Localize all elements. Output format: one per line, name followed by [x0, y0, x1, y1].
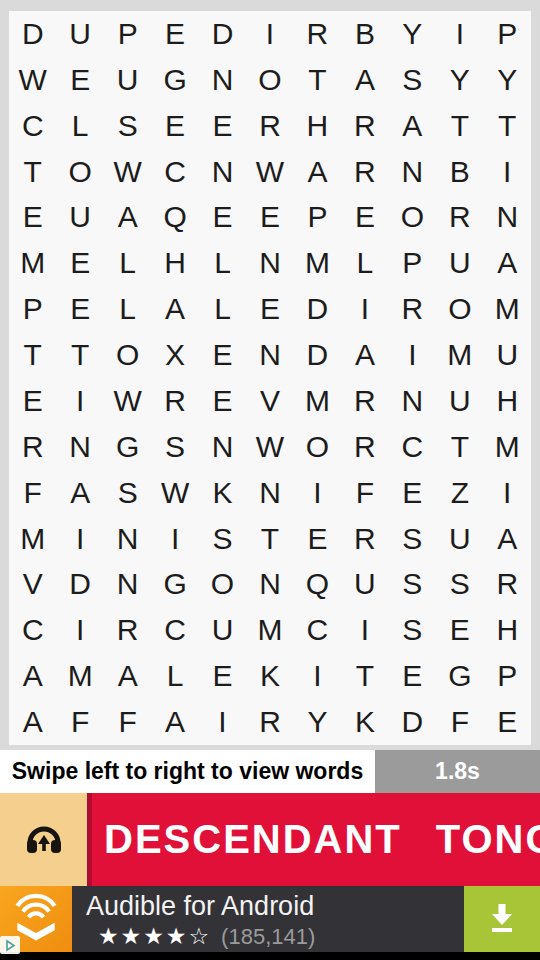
grid-cell[interactable]: T — [56, 332, 103, 378]
grid-cell[interactable]: M — [484, 424, 531, 470]
grid-cell[interactable]: Y — [389, 11, 436, 57]
grid-cell[interactable]: G — [151, 57, 198, 103]
grid-cell[interactable]: E — [246, 286, 293, 332]
star-rating-icons: ★★★★☆ — [98, 923, 211, 950]
grid-cell[interactable]: D — [294, 286, 341, 332]
grid-cell[interactable]: M — [436, 332, 483, 378]
grid-cell[interactable]: E — [56, 286, 103, 332]
grid-cell[interactable]: A — [104, 195, 151, 241]
timer-value: 1.8s — [435, 758, 480, 785]
grid-cell[interactable]: U — [56, 195, 103, 241]
grid-cell[interactable]: E — [389, 653, 436, 699]
grid-cell[interactable]: A — [151, 286, 198, 332]
grid-cell[interactable]: X — [151, 332, 198, 378]
grid-cell[interactable]: U — [341, 562, 388, 608]
grid-cell[interactable]: S — [151, 424, 198, 470]
grid-cell[interactable]: C — [151, 607, 198, 653]
grid-cell[interactable]: I — [484, 149, 531, 195]
grid-cell[interactable]: V — [9, 562, 56, 608]
grid-cell[interactable]: A — [341, 57, 388, 103]
headphones-icon — [21, 815, 67, 865]
banner-divider — [87, 793, 92, 886]
grid-cell[interactable]: G — [436, 653, 483, 699]
grid-cell[interactable]: K — [246, 653, 293, 699]
grid-cell[interactable]: N — [56, 424, 103, 470]
grid-cell[interactable]: E — [56, 57, 103, 103]
grid-cell[interactable]: N — [199, 424, 246, 470]
grid-cell[interactable]: B — [436, 149, 483, 195]
grid-cell[interactable]: M — [9, 240, 56, 286]
grid-cell[interactable]: U — [56, 11, 103, 57]
grid-cell[interactable]: F — [56, 699, 103, 745]
grid-cell[interactable]: R — [341, 516, 388, 562]
grid-cell[interactable]: H — [294, 103, 341, 149]
word-item: TONGUE — [436, 817, 540, 862]
grid-cell[interactable]: M — [56, 653, 103, 699]
grid-cell[interactable]: O — [56, 149, 103, 195]
grid-cell[interactable]: N — [246, 332, 293, 378]
grid-cell[interactable]: C — [151, 149, 198, 195]
grid-cell[interactable]: M — [294, 240, 341, 286]
grid-cell[interactable]: I — [56, 378, 103, 424]
grid-cell[interactable]: A — [389, 103, 436, 149]
grid-cell[interactable]: R — [389, 286, 436, 332]
grid-cell[interactable]: N — [199, 57, 246, 103]
grid-cell[interactable]: C — [294, 607, 341, 653]
grid-cell[interactable]: S — [389, 57, 436, 103]
grid-cell[interactable]: R — [341, 424, 388, 470]
grid-cell[interactable]: S — [436, 562, 483, 608]
grid-cell[interactable]: S — [104, 470, 151, 516]
grid-cell[interactable]: P — [484, 11, 531, 57]
grid-cell[interactable]: D — [199, 11, 246, 57]
word-item: DESCENDANT — [104, 817, 402, 862]
grid-cell[interactable]: I — [341, 607, 388, 653]
bottom-black-bar — [0, 952, 540, 960]
grid-cell[interactable]: U — [436, 378, 483, 424]
ad-banner[interactable]: Audible for Android ★★★★☆ (185,141) — [0, 886, 540, 952]
grid-cell[interactable]: N — [246, 240, 293, 286]
grid-cell[interactable]: U — [199, 607, 246, 653]
grid-cell[interactable]: F — [436, 699, 483, 745]
grid-cell[interactable]: D — [389, 699, 436, 745]
grid-cell[interactable]: E — [484, 699, 531, 745]
grid-cell[interactable]: E — [199, 653, 246, 699]
grid-cell[interactable]: Y — [484, 57, 531, 103]
grid-cell[interactable]: R — [341, 378, 388, 424]
grid-cell[interactable]: I — [436, 11, 483, 57]
grid-cell[interactable]: Q — [151, 195, 198, 241]
grid-cell[interactable]: T — [9, 149, 56, 195]
grid-cell[interactable]: E — [151, 11, 198, 57]
grid-cell[interactable]: P — [389, 240, 436, 286]
grid-cell[interactable]: W — [246, 424, 293, 470]
grid-cell[interactable]: N — [389, 149, 436, 195]
grid-cell[interactable]: A — [484, 516, 531, 562]
grid-cell[interactable]: G — [104, 424, 151, 470]
grid-cell[interactable]: A — [9, 653, 56, 699]
grid-cell[interactable]: R — [341, 149, 388, 195]
download-button[interactable] — [464, 886, 540, 952]
grid-cell[interactable]: M — [484, 286, 531, 332]
grid-cell[interactable]: E — [199, 103, 246, 149]
grid-cell[interactable]: U — [436, 516, 483, 562]
grid-cell[interactable]: L — [104, 240, 151, 286]
audio-tile[interactable] — [0, 793, 87, 886]
grid-cell[interactable]: O — [294, 424, 341, 470]
grid-cell[interactable]: R — [104, 607, 151, 653]
grid-cell[interactable]: E — [389, 470, 436, 516]
grid-cell[interactable]: P — [484, 653, 531, 699]
grid-cell[interactable]: R — [246, 103, 293, 149]
ad-rating: ★★★★☆ (185,141) — [98, 923, 315, 950]
grid-cell[interactable]: U — [436, 240, 483, 286]
grid-cell[interactable]: C — [9, 103, 56, 149]
word-marquee: DESCENDANT TONGUE — [104, 793, 540, 886]
grid-cell[interactable]: L — [341, 240, 388, 286]
grid-cell[interactable]: U — [104, 57, 151, 103]
grid-cell[interactable]: H — [151, 240, 198, 286]
grid-cell[interactable]: L — [199, 240, 246, 286]
grid-cell[interactable]: Y — [436, 57, 483, 103]
grid-cell[interactable]: S — [389, 516, 436, 562]
grid-cell[interactable]: E — [246, 195, 293, 241]
letter-grid[interactable]: DUPEDIRBYIPWEUGNOTASYYCLSEERHRATTTOWCNWA… — [9, 11, 531, 745]
grid-cell[interactable]: I — [246, 11, 293, 57]
grid-cell[interactable]: M — [9, 516, 56, 562]
grid-cell[interactable]: A — [104, 653, 151, 699]
timer-badge: 1.8s — [375, 750, 540, 793]
grid-cell[interactable]: O — [199, 562, 246, 608]
grid-cell[interactable]: I — [294, 470, 341, 516]
grid-cell[interactable]: I — [294, 653, 341, 699]
grid-cell[interactable]: R — [246, 699, 293, 745]
grid-cell[interactable]: Q — [294, 562, 341, 608]
grid-cell[interactable]: P — [104, 11, 151, 57]
grid-cell[interactable]: E — [294, 516, 341, 562]
grid-cell[interactable]: E — [56, 240, 103, 286]
grid-cell[interactable]: E — [199, 378, 246, 424]
swipe-hint-text: Swipe left to right to view words — [0, 750, 375, 793]
grid-cell[interactable]: L — [56, 103, 103, 149]
grid-cell[interactable]: S — [389, 562, 436, 608]
grid-cell[interactable]: M — [294, 378, 341, 424]
grid-cell[interactable]: N — [246, 562, 293, 608]
grid-cell[interactable]: T — [436, 103, 483, 149]
grid-cell[interactable]: V — [246, 378, 293, 424]
grid-cell[interactable]: T — [436, 424, 483, 470]
review-count: (185,141) — [221, 924, 315, 950]
grid-cell[interactable]: O — [246, 57, 293, 103]
grid-cell[interactable]: K — [341, 699, 388, 745]
grid-cell[interactable]: E — [9, 195, 56, 241]
grid-cell[interactable]: R — [9, 424, 56, 470]
grid-cell[interactable]: T — [341, 653, 388, 699]
grid-cell[interactable]: I — [199, 699, 246, 745]
grid-cell[interactable]: U — [484, 332, 531, 378]
grid-cell[interactable]: R — [294, 11, 341, 57]
grid-cell[interactable]: R — [341, 103, 388, 149]
ad-title: Audible for Android — [86, 890, 315, 922]
grid-cell[interactable]: R — [436, 195, 483, 241]
grid-cell[interactable]: N — [199, 149, 246, 195]
grid-cell[interactable]: Z — [436, 470, 483, 516]
grid-cell[interactable]: I — [484, 470, 531, 516]
grid-cell[interactable]: H — [484, 607, 531, 653]
grid-cell[interactable]: L — [199, 286, 246, 332]
grid-cell[interactable]: N — [104, 516, 151, 562]
grid-cell[interactable]: L — [104, 286, 151, 332]
grid-cell[interactable]: A — [56, 470, 103, 516]
grid-cell[interactable]: O — [436, 286, 483, 332]
grid-cell[interactable]: K — [199, 470, 246, 516]
grid-cell[interactable]: T — [294, 57, 341, 103]
grid-cell[interactable]: A — [294, 149, 341, 195]
grid-cell[interactable]: R — [484, 562, 531, 608]
grid-cell[interactable]: F — [341, 470, 388, 516]
word-search-app-screen: DUPEDIRBYIPWEUGNOTASYYCLSEERHRATTTOWCNWA… — [0, 0, 540, 960]
grid-cell[interactable]: A — [151, 699, 198, 745]
grid-cell[interactable]: P — [294, 195, 341, 241]
grid-cell[interactable]: T — [484, 103, 531, 149]
grid-cell[interactable]: N — [246, 470, 293, 516]
grid-cell[interactable]: R — [151, 378, 198, 424]
grid-cell[interactable]: H — [484, 378, 531, 424]
grid-cell[interactable]: G — [151, 562, 198, 608]
grid-cell[interactable]: C — [389, 424, 436, 470]
grid-cell[interactable]: W — [9, 57, 56, 103]
grid-cell[interactable]: E — [151, 103, 198, 149]
grid-cell[interactable]: F — [9, 470, 56, 516]
grid-cell[interactable]: A — [9, 699, 56, 745]
grid-cell[interactable]: I — [151, 516, 198, 562]
grid-cell[interactable]: Y — [294, 699, 341, 745]
grid-cell[interactable]: S — [199, 516, 246, 562]
grid-cell[interactable]: E — [341, 195, 388, 241]
grid-cell[interactable]: A — [484, 240, 531, 286]
grid-cell[interactable]: F — [104, 699, 151, 745]
grid-cell[interactable]: N — [104, 562, 151, 608]
grid-cell[interactable]: C — [9, 607, 56, 653]
grid-cell[interactable]: S — [104, 103, 151, 149]
grid-cell[interactable]: L — [151, 653, 198, 699]
grid-cell[interactable]: B — [341, 11, 388, 57]
grid-cell[interactable]: E — [9, 378, 56, 424]
grid-cell[interactable]: O — [389, 195, 436, 241]
grid-cell[interactable]: D — [56, 562, 103, 608]
grid-cell[interactable]: D — [9, 11, 56, 57]
grid-cell[interactable]: M — [246, 607, 293, 653]
grid-cell[interactable]: W — [104, 378, 151, 424]
grid-cell[interactable]: T — [246, 516, 293, 562]
grid-cell[interactable]: E — [199, 332, 246, 378]
grid-cell[interactable]: S — [389, 607, 436, 653]
grid-cell[interactable]: I — [56, 607, 103, 653]
hint-bar: Swipe left to right to view words 1.8s — [0, 750, 540, 793]
grid-cell[interactable]: W — [151, 470, 198, 516]
grid-cell[interactable]: N — [389, 378, 436, 424]
adchoices-icon[interactable] — [0, 936, 20, 954]
grid-cell[interactable]: E — [199, 195, 246, 241]
puzzle-board: DUPEDIRBYIPWEUGNOTASYYCLSEERHRATTTOWCNWA… — [0, 0, 540, 750]
grid-cell[interactable]: W — [246, 149, 293, 195]
grid-cell[interactable]: T — [9, 332, 56, 378]
grid-cell[interactable]: E — [436, 607, 483, 653]
word-list-banner[interactable]: DESCENDANT TONGUE — [0, 793, 540, 886]
grid-cell[interactable]: N — [484, 195, 531, 241]
grid-cell[interactable]: I — [56, 516, 103, 562]
grid-cell[interactable]: O — [104, 332, 151, 378]
grid-cell[interactable]: P — [9, 286, 56, 332]
grid-cell[interactable]: A — [341, 332, 388, 378]
ad-text-block: Audible for Android ★★★★☆ (185,141) — [86, 890, 315, 950]
grid-cell[interactable]: W — [104, 149, 151, 195]
grid-cell[interactable]: D — [294, 332, 341, 378]
grid-cell[interactable]: I — [389, 332, 436, 378]
grid-cell[interactable]: I — [341, 286, 388, 332]
download-icon — [483, 899, 521, 940]
